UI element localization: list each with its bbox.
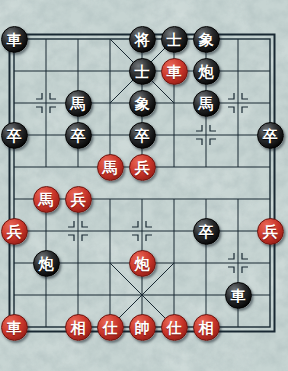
piece-black-chariot-h2[interactable]: 車 bbox=[225, 282, 252, 309]
piece-black-advisor-e9[interactable]: 士 bbox=[129, 58, 156, 85]
piece-black-soldier-e7[interactable]: 卒 bbox=[129, 122, 156, 149]
piece-red-soldier-a4[interactable]: 兵 bbox=[1, 218, 28, 245]
piece-black-soldier-i7[interactable]: 卒 bbox=[257, 122, 284, 149]
piece-red-chariot-f9[interactable]: 車 bbox=[161, 58, 188, 85]
piece-black-soldier-c7[interactable]: 卒 bbox=[65, 122, 92, 149]
piece-red-cannon-e3[interactable]: 炮 bbox=[129, 250, 156, 277]
piece-red-elephant-g1[interactable]: 相 bbox=[193, 314, 220, 341]
piece-red-advisor-f1[interactable]: 仕 bbox=[161, 314, 188, 341]
piece-red-horse-d6[interactable]: 馬 bbox=[97, 154, 124, 181]
piece-red-horse-b5[interactable]: 馬 bbox=[33, 186, 60, 213]
piece-black-chariot-a10[interactable]: 車 bbox=[1, 26, 28, 53]
piece-black-elephant-e8[interactable]: 象 bbox=[129, 90, 156, 117]
xiangqi-board-screen: 車将士象士車炮馬象馬卒卒卒卒馬兵馬兵兵卒兵炮炮車車相仕帥仕相 bbox=[0, 0, 288, 371]
piece-black-horse-g8[interactable]: 馬 bbox=[193, 90, 220, 117]
piece-black-cannon-g9[interactable]: 炮 bbox=[193, 58, 220, 85]
piece-red-advisor-d1[interactable]: 仕 bbox=[97, 314, 124, 341]
piece-black-soldier-a7[interactable]: 卒 bbox=[1, 122, 28, 149]
piece-black-advisor-f10[interactable]: 士 bbox=[161, 26, 188, 53]
piece-black-elephant-g10[interactable]: 象 bbox=[193, 26, 220, 53]
piece-red-chariot-a1[interactable]: 車 bbox=[1, 314, 28, 341]
pieces-layer: 車将士象士車炮馬象馬卒卒卒卒馬兵馬兵兵卒兵炮炮車車相仕帥仕相 bbox=[0, 0, 288, 371]
piece-red-soldier-i4[interactable]: 兵 bbox=[257, 218, 284, 245]
piece-black-horse-c8[interactable]: 馬 bbox=[65, 90, 92, 117]
piece-red-elephant-c1[interactable]: 相 bbox=[65, 314, 92, 341]
piece-red-soldier-e6[interactable]: 兵 bbox=[129, 154, 156, 181]
piece-red-general-e1[interactable]: 帥 bbox=[129, 314, 156, 341]
piece-black-soldier-g4[interactable]: 卒 bbox=[193, 218, 220, 245]
piece-red-soldier-c5[interactable]: 兵 bbox=[65, 186, 92, 213]
piece-black-general-e10[interactable]: 将 bbox=[129, 26, 156, 53]
piece-black-cannon-b3[interactable]: 炮 bbox=[33, 250, 60, 277]
